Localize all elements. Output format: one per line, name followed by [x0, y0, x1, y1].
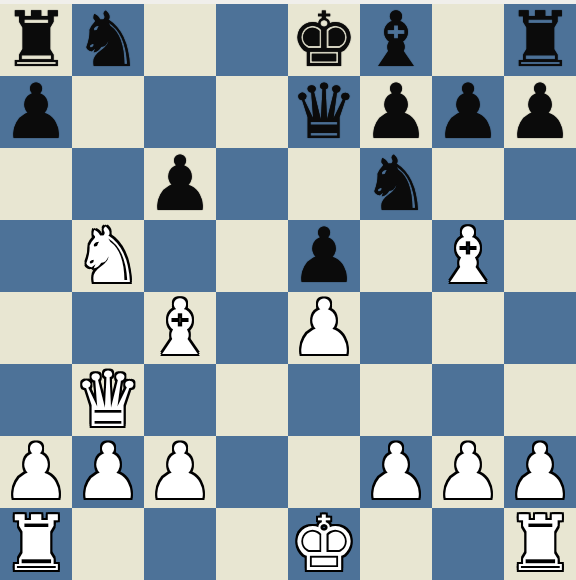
square-d1[interactable]	[216, 508, 288, 580]
square-a7[interactable]: ♟	[0, 76, 72, 148]
piece-white-pawn[interactable]: ♟	[72, 436, 144, 508]
square-b6[interactable]	[72, 148, 144, 220]
square-g7[interactable]: ♟	[432, 76, 504, 148]
square-g3[interactable]	[432, 364, 504, 436]
square-d5[interactable]	[216, 220, 288, 292]
square-a1[interactable]: ♜	[0, 508, 72, 580]
square-h5[interactable]	[504, 220, 576, 292]
chess-board: ♜♞♚♝♜♟♛♟♟♟♟♞♞♟♝♝♟♛♟♟♟♟♟♟♜♚♜	[0, 4, 576, 580]
square-f5[interactable]	[360, 220, 432, 292]
square-b5[interactable]: ♞	[72, 220, 144, 292]
square-e6[interactable]	[288, 148, 360, 220]
square-e7[interactable]: ♛	[288, 76, 360, 148]
piece-white-knight[interactable]: ♞	[72, 220, 144, 292]
square-c5[interactable]	[144, 220, 216, 292]
piece-black-rook[interactable]: ♜	[504, 4, 576, 76]
square-f2[interactable]: ♟	[360, 436, 432, 508]
square-d8[interactable]	[216, 4, 288, 76]
piece-black-pawn[interactable]: ♟	[144, 148, 216, 220]
square-c1[interactable]	[144, 508, 216, 580]
piece-white-pawn[interactable]: ♟	[432, 436, 504, 508]
square-a8[interactable]: ♜	[0, 4, 72, 76]
square-h6[interactable]	[504, 148, 576, 220]
piece-black-rook[interactable]: ♜	[0, 4, 72, 76]
square-c2[interactable]: ♟	[144, 436, 216, 508]
square-g1[interactable]	[432, 508, 504, 580]
square-d2[interactable]	[216, 436, 288, 508]
square-d4[interactable]	[216, 292, 288, 364]
square-b8[interactable]: ♞	[72, 4, 144, 76]
square-f7[interactable]: ♟	[360, 76, 432, 148]
square-f6[interactable]: ♞	[360, 148, 432, 220]
piece-black-pawn[interactable]: ♟	[288, 220, 360, 292]
square-c7[interactable]	[144, 76, 216, 148]
piece-black-pawn[interactable]: ♟	[0, 76, 72, 148]
piece-black-pawn[interactable]: ♟	[432, 76, 504, 148]
square-c3[interactable]	[144, 364, 216, 436]
square-e4[interactable]: ♟	[288, 292, 360, 364]
square-f3[interactable]	[360, 364, 432, 436]
piece-white-pawn[interactable]: ♟	[288, 292, 360, 364]
square-a5[interactable]	[0, 220, 72, 292]
piece-white-pawn[interactable]: ♟	[0, 436, 72, 508]
square-b2[interactable]: ♟	[72, 436, 144, 508]
chess-board-container: ♜♞♚♝♜♟♛♟♟♟♟♞♞♟♝♝♟♛♟♟♟♟♟♟♜♚♜	[0, 4, 576, 580]
square-a3[interactable]	[0, 364, 72, 436]
square-b4[interactable]	[72, 292, 144, 364]
square-d6[interactable]	[216, 148, 288, 220]
piece-black-bishop[interactable]: ♝	[360, 4, 432, 76]
square-c8[interactable]	[144, 4, 216, 76]
piece-black-knight[interactable]: ♞	[360, 148, 432, 220]
square-e1[interactable]: ♚	[288, 508, 360, 580]
square-h3[interactable]	[504, 364, 576, 436]
square-h7[interactable]: ♟	[504, 76, 576, 148]
piece-white-queen[interactable]: ♛	[72, 364, 144, 436]
square-h4[interactable]	[504, 292, 576, 364]
square-g6[interactable]	[432, 148, 504, 220]
square-b7[interactable]	[72, 76, 144, 148]
piece-black-pawn[interactable]: ♟	[360, 76, 432, 148]
square-f1[interactable]	[360, 508, 432, 580]
square-h2[interactable]: ♟	[504, 436, 576, 508]
square-a2[interactable]: ♟	[0, 436, 72, 508]
piece-black-queen[interactable]: ♛	[288, 76, 360, 148]
piece-white-pawn[interactable]: ♟	[144, 436, 216, 508]
piece-white-rook[interactable]: ♜	[0, 508, 72, 580]
square-h8[interactable]: ♜	[504, 4, 576, 76]
square-f4[interactable]	[360, 292, 432, 364]
piece-white-bishop[interactable]: ♝	[144, 292, 216, 364]
piece-white-bishop[interactable]: ♝	[432, 220, 504, 292]
square-d3[interactable]	[216, 364, 288, 436]
square-e3[interactable]	[288, 364, 360, 436]
piece-black-knight[interactable]: ♞	[72, 4, 144, 76]
square-d7[interactable]	[216, 76, 288, 148]
piece-white-king[interactable]: ♚	[288, 508, 360, 580]
piece-black-pawn[interactable]: ♟	[504, 76, 576, 148]
piece-black-king[interactable]: ♚	[288, 4, 360, 76]
square-e8[interactable]: ♚	[288, 4, 360, 76]
piece-white-pawn[interactable]: ♟	[360, 436, 432, 508]
square-e2[interactable]	[288, 436, 360, 508]
piece-white-rook[interactable]: ♜	[504, 508, 576, 580]
square-g5[interactable]: ♝	[432, 220, 504, 292]
square-c4[interactable]: ♝	[144, 292, 216, 364]
square-h1[interactable]: ♜	[504, 508, 576, 580]
square-f8[interactable]: ♝	[360, 4, 432, 76]
square-b1[interactable]	[72, 508, 144, 580]
square-g4[interactable]	[432, 292, 504, 364]
square-g2[interactable]: ♟	[432, 436, 504, 508]
square-c6[interactable]: ♟	[144, 148, 216, 220]
square-b3[interactable]: ♛	[72, 364, 144, 436]
square-g8[interactable]	[432, 4, 504, 76]
piece-white-pawn[interactable]: ♟	[504, 436, 576, 508]
square-a4[interactable]	[0, 292, 72, 364]
square-a6[interactable]	[0, 148, 72, 220]
square-e5[interactable]: ♟	[288, 220, 360, 292]
